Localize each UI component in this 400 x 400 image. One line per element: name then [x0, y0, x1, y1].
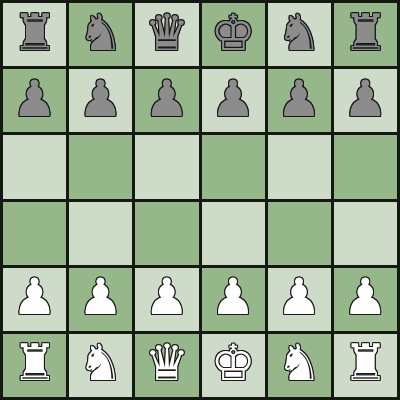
square-d4[interactable]	[202, 135, 265, 198]
piece-white-queen: ♛	[145, 338, 190, 388]
square-a4[interactable]	[3, 135, 66, 198]
square-f1[interactable]: ♜	[334, 334, 397, 397]
piece-black-knight: ♞	[78, 8, 123, 58]
square-b1[interactable]: ♞	[69, 334, 132, 397]
square-e2[interactable]: ♟	[268, 268, 331, 331]
square-b5[interactable]: ♟	[69, 69, 132, 132]
piece-black-rook: ♜	[12, 8, 57, 58]
square-a2[interactable]: ♟	[3, 268, 66, 331]
square-e6[interactable]: ♞	[268, 3, 331, 66]
square-b6[interactable]: ♞	[69, 3, 132, 66]
piece-black-pawn: ♟	[277, 74, 322, 124]
square-f2[interactable]: ♟	[334, 268, 397, 331]
square-a3[interactable]	[3, 202, 66, 265]
piece-white-knight: ♞	[78, 338, 123, 388]
square-c5[interactable]: ♟	[135, 69, 198, 132]
piece-white-pawn: ♟	[343, 272, 388, 322]
piece-white-rook: ♜	[343, 338, 388, 388]
piece-white-pawn: ♟	[211, 272, 256, 322]
square-d6[interactable]: ♚	[202, 3, 265, 66]
square-a1[interactable]: ♜	[3, 334, 66, 397]
piece-white-pawn: ♟	[277, 272, 322, 322]
piece-black-pawn: ♟	[145, 74, 190, 124]
square-c6[interactable]: ♛	[135, 3, 198, 66]
square-e4[interactable]	[268, 135, 331, 198]
piece-black-pawn: ♟	[343, 74, 388, 124]
square-c1[interactable]: ♛	[135, 334, 198, 397]
square-f4[interactable]	[334, 135, 397, 198]
square-e5[interactable]: ♟	[268, 69, 331, 132]
square-b4[interactable]	[69, 135, 132, 198]
piece-white-pawn: ♟	[12, 272, 57, 322]
square-f3[interactable]	[334, 202, 397, 265]
piece-black-pawn: ♟	[78, 74, 123, 124]
square-f6[interactable]: ♜	[334, 3, 397, 66]
piece-black-knight: ♞	[277, 8, 322, 58]
chess-board: ♜♞♛♚♞♜♟♟♟♟♟♟♟♟♟♟♟♟♜♞♛♚♞♜	[0, 0, 400, 400]
piece-black-king: ♚	[211, 8, 256, 58]
piece-white-rook: ♜	[12, 338, 57, 388]
square-a5[interactable]: ♟	[3, 69, 66, 132]
piece-white-king: ♚	[211, 338, 256, 388]
piece-white-knight: ♞	[277, 338, 322, 388]
square-f5[interactable]: ♟	[334, 69, 397, 132]
piece-white-pawn: ♟	[145, 272, 190, 322]
square-d3[interactable]	[202, 202, 265, 265]
square-c4[interactable]	[135, 135, 198, 198]
square-b2[interactable]: ♟	[69, 268, 132, 331]
piece-black-pawn: ♟	[211, 74, 256, 124]
square-a6[interactable]: ♜	[3, 3, 66, 66]
square-d5[interactable]: ♟	[202, 69, 265, 132]
piece-black-pawn: ♟	[12, 74, 57, 124]
square-e1[interactable]: ♞	[268, 334, 331, 397]
square-b3[interactable]	[69, 202, 132, 265]
square-d2[interactable]: ♟	[202, 268, 265, 331]
square-c2[interactable]: ♟	[135, 268, 198, 331]
square-c3[interactable]	[135, 202, 198, 265]
piece-black-rook: ♜	[343, 8, 388, 58]
chess-board-container: ♜♞♛♚♞♜♟♟♟♟♟♟♟♟♟♟♟♟♜♞♛♚♞♜	[0, 0, 400, 400]
piece-black-queen: ♛	[145, 8, 190, 58]
piece-white-pawn: ♟	[78, 272, 123, 322]
square-e3[interactable]	[268, 202, 331, 265]
square-d1[interactable]: ♚	[202, 334, 265, 397]
